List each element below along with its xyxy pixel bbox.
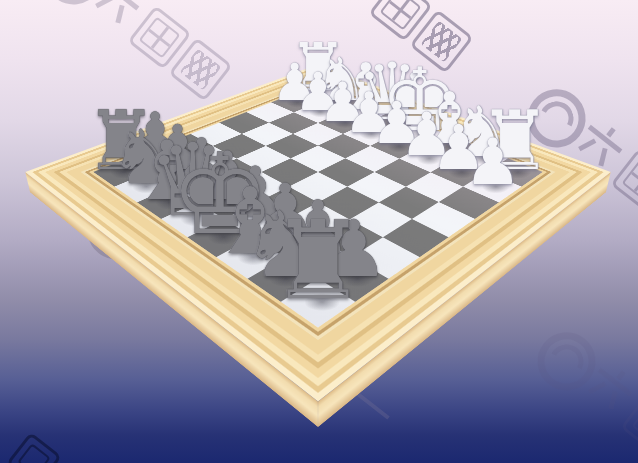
- square-c3[interactable]: [293, 123, 344, 146]
- board-perspective-wrapper: [0, 0, 638, 463]
- scene: ♜♞♝♛♚♝♞♜♟♟♟♟♟♟♟♟♟♟♟♟♟♟♟♟♜♞♝♛♚♝♞♜: [0, 0, 638, 463]
- chess-board-frame: [25, 65, 610, 402]
